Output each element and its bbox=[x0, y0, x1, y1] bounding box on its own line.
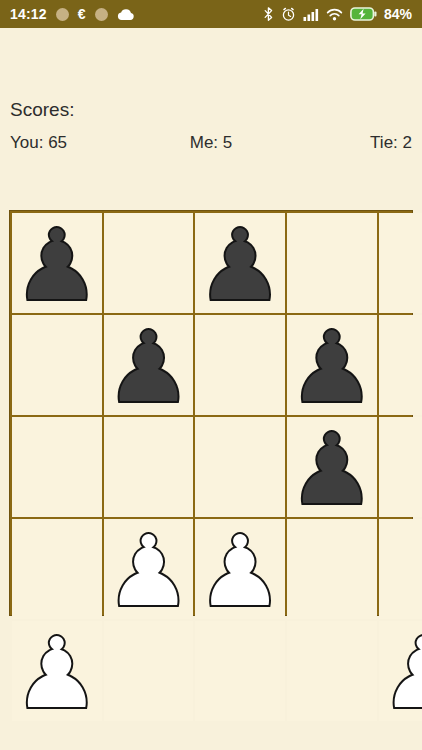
board-cell-r1c5[interactable] bbox=[379, 213, 422, 313]
notification-circle-icon bbox=[95, 8, 108, 21]
white-pawn[interactable]: ♟ bbox=[104, 522, 194, 622]
white-pawn[interactable]: ♟ bbox=[12, 624, 102, 724]
board-cell-r2c3[interactable] bbox=[195, 315, 285, 415]
score-me: Me: 5 bbox=[144, 133, 278, 153]
board: ♟♟♟♟♟♟♟♟♟ bbox=[9, 210, 413, 616]
board-cell-r3c1[interactable] bbox=[12, 417, 102, 517]
score-you: You: 65 bbox=[10, 133, 144, 153]
board-cell-r4c3[interactable]: ♟ bbox=[195, 519, 285, 619]
white-pawn[interactable]: ♟ bbox=[379, 624, 422, 724]
black-pawn[interactable]: ♟ bbox=[104, 318, 194, 418]
clock-text: 14:12 bbox=[10, 6, 47, 22]
wifi-icon bbox=[326, 8, 343, 21]
battery-percent-text: 84% bbox=[384, 6, 412, 22]
signal-icon bbox=[303, 8, 319, 21]
board-cell-r2c1[interactable] bbox=[12, 315, 102, 415]
board-cell-r1c3[interactable]: ♟ bbox=[195, 213, 285, 313]
score-tie: Tie: 2 bbox=[278, 133, 412, 153]
bluetooth-icon bbox=[263, 7, 274, 21]
euro-icon: € bbox=[78, 6, 86, 22]
board-cell-r4c1[interactable] bbox=[12, 519, 102, 619]
board-cell-r5c4[interactable] bbox=[287, 621, 377, 721]
board-cell-r5c5[interactable]: ♟ bbox=[379, 621, 422, 721]
board-cell-r1c2[interactable] bbox=[104, 213, 194, 313]
board-cell-r5c1[interactable]: ♟ bbox=[12, 621, 102, 721]
board-cell-r3c2[interactable] bbox=[104, 417, 194, 517]
scores-title: Scores: bbox=[10, 99, 74, 121]
board-cell-r5c3[interactable] bbox=[195, 621, 285, 721]
status-bar-right: 84% bbox=[263, 6, 412, 22]
white-pawn[interactable]: ♟ bbox=[195, 522, 285, 622]
board-cell-r3c5[interactable] bbox=[379, 417, 422, 517]
battery-charging-icon bbox=[350, 7, 377, 21]
black-pawn[interactable]: ♟ bbox=[12, 216, 102, 316]
board-cell-r2c2[interactable]: ♟ bbox=[104, 315, 194, 415]
board-cell-r1c4[interactable] bbox=[287, 213, 377, 313]
notification-circle-icon bbox=[56, 8, 69, 21]
board-cell-r4c5[interactable] bbox=[379, 519, 422, 619]
black-pawn[interactable]: ♟ bbox=[287, 420, 377, 520]
board-cell-r2c4[interactable]: ♟ bbox=[287, 315, 377, 415]
black-pawn[interactable]: ♟ bbox=[195, 216, 285, 316]
board-cell-r3c4[interactable]: ♟ bbox=[287, 417, 377, 517]
cloud-icon bbox=[117, 8, 135, 21]
board-cell-r4c2[interactable]: ♟ bbox=[104, 519, 194, 619]
status-bar: 14:12 € bbox=[0, 0, 422, 28]
black-pawn[interactable]: ♟ bbox=[287, 318, 377, 418]
alarm-icon bbox=[281, 7, 296, 22]
app-screen: 14:12 € bbox=[0, 0, 422, 750]
board-cell-r5c2[interactable] bbox=[104, 621, 194, 721]
board-cell-r4c4[interactable] bbox=[287, 519, 377, 619]
board-cell-r2c5[interactable] bbox=[379, 315, 422, 415]
board-cell-r3c3[interactable] bbox=[195, 417, 285, 517]
status-bar-left: 14:12 € bbox=[10, 6, 263, 22]
board-cell-r1c1[interactable]: ♟ bbox=[12, 213, 102, 313]
scores-row: You: 65 Me: 5 Tie: 2 bbox=[10, 133, 412, 153]
